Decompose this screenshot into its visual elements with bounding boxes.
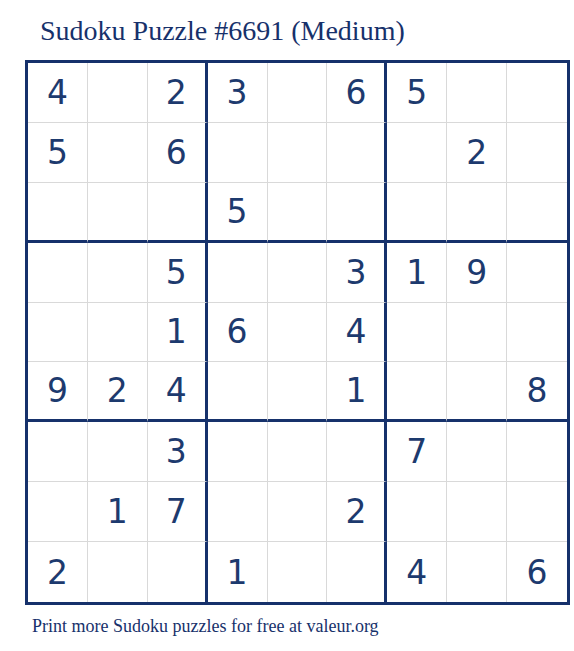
given-digit: 5 <box>166 253 187 292</box>
cell-r3c2[interactable] <box>88 183 148 243</box>
cell-r6c7[interactable] <box>387 362 447 422</box>
cell-r9c4[interactable]: 1 <box>208 542 268 602</box>
cell-r2c3[interactable]: 6 <box>148 123 208 183</box>
given-digit: 1 <box>166 312 187 351</box>
footer-note: Print more Sudoku puzzles for free at va… <box>32 614 379 638</box>
cell-r1c1[interactable]: 4 <box>28 63 88 123</box>
cell-r2c1[interactable]: 5 <box>28 123 88 183</box>
cell-r7c1[interactable] <box>28 422 88 482</box>
given-digit: 7 <box>406 432 427 471</box>
given-digit: 2 <box>107 371 128 410</box>
cell-r1c7[interactable]: 5 <box>387 63 447 123</box>
given-digit: 9 <box>47 371 68 410</box>
given-digit: 5 <box>227 192 248 231</box>
cell-r4c4[interactable] <box>208 243 268 303</box>
given-digit: 6 <box>527 553 548 592</box>
given-digit: 3 <box>227 73 248 112</box>
cell-r7c7[interactable]: 7 <box>387 422 447 482</box>
cell-r6c8[interactable] <box>447 362 507 422</box>
cell-r1c9[interactable] <box>507 63 567 123</box>
cell-r8c4[interactable] <box>208 482 268 542</box>
given-digit: 6 <box>345 73 366 112</box>
sudoku-grid: 423655625531916492418371722146 <box>25 60 570 605</box>
cell-r7c8[interactable] <box>447 422 507 482</box>
cell-r7c6[interactable] <box>327 422 387 482</box>
given-digit: 2 <box>166 73 187 112</box>
given-digit: 9 <box>466 253 487 292</box>
cell-r3c5[interactable] <box>268 183 328 243</box>
cell-r8c9[interactable] <box>507 482 567 542</box>
cell-r8c1[interactable] <box>28 482 88 542</box>
cell-r4c9[interactable] <box>507 243 567 303</box>
cell-r9c6[interactable] <box>327 542 387 602</box>
cell-r5c4[interactable]: 6 <box>208 303 268 363</box>
cell-r3c1[interactable] <box>28 183 88 243</box>
given-digit: 2 <box>345 492 366 531</box>
cell-r8c5[interactable] <box>268 482 328 542</box>
cell-r7c9[interactable] <box>507 422 567 482</box>
cell-r1c3[interactable]: 2 <box>148 63 208 123</box>
given-digit: 8 <box>527 371 548 410</box>
sudoku-page: Sudoku Puzzle #6691 (Medium) 42365562553… <box>0 0 574 651</box>
given-digit: 6 <box>227 312 248 351</box>
cell-r4c3[interactable]: 5 <box>148 243 208 303</box>
cell-r6c9[interactable]: 8 <box>507 362 567 422</box>
given-digit: 3 <box>345 253 366 292</box>
cell-r9c5[interactable] <box>268 542 328 602</box>
cell-r3c8[interactable] <box>447 183 507 243</box>
cell-r3c9[interactable] <box>507 183 567 243</box>
cell-r4c7[interactable]: 1 <box>387 243 447 303</box>
cell-r1c2[interactable] <box>88 63 148 123</box>
cell-r4c1[interactable] <box>28 243 88 303</box>
cell-r4c5[interactable] <box>268 243 328 303</box>
given-digit: 3 <box>166 432 187 471</box>
cell-r6c1[interactable]: 9 <box>28 362 88 422</box>
cell-r1c5[interactable] <box>268 63 328 123</box>
given-digit: 4 <box>47 73 68 112</box>
cell-r5c3[interactable]: 1 <box>148 303 208 363</box>
page-title: Sudoku Puzzle #6691 (Medium) <box>40 14 405 48</box>
cell-r5c6[interactable]: 4 <box>327 303 387 363</box>
cell-r7c2[interactable] <box>88 422 148 482</box>
given-digit: 1 <box>107 492 128 531</box>
cell-r6c4[interactable] <box>208 362 268 422</box>
cell-r8c2[interactable]: 1 <box>88 482 148 542</box>
cell-r7c3[interactable]: 3 <box>148 422 208 482</box>
given-digit: 4 <box>166 371 187 410</box>
cell-r9c2[interactable] <box>88 542 148 602</box>
given-digit: 1 <box>406 253 427 292</box>
cell-r2c4[interactable] <box>208 123 268 183</box>
cell-r5c2[interactable] <box>88 303 148 363</box>
cell-r7c5[interactable] <box>268 422 328 482</box>
cell-r1c8[interactable] <box>447 63 507 123</box>
cell-r2c8[interactable]: 2 <box>447 123 507 183</box>
cell-r3c4[interactable]: 5 <box>208 183 268 243</box>
cell-r9c3[interactable] <box>148 542 208 602</box>
cell-r4c8[interactable]: 9 <box>447 243 507 303</box>
cell-r8c7[interactable] <box>387 482 447 542</box>
cell-r2c7[interactable] <box>387 123 447 183</box>
cell-r6c2[interactable]: 2 <box>88 362 148 422</box>
cell-r9c9[interactable]: 6 <box>507 542 567 602</box>
given-digit: 4 <box>406 553 427 592</box>
cell-r2c5[interactable] <box>268 123 328 183</box>
cell-r2c6[interactable] <box>327 123 387 183</box>
cell-r6c6[interactable]: 1 <box>327 362 387 422</box>
given-digit: 2 <box>466 133 487 172</box>
cell-r6c5[interactable] <box>268 362 328 422</box>
given-digit: 5 <box>406 73 427 112</box>
cell-r5c7[interactable] <box>387 303 447 363</box>
cell-r9c1[interactable]: 2 <box>28 542 88 602</box>
cell-r3c3[interactable] <box>148 183 208 243</box>
given-digit: 4 <box>345 312 366 351</box>
cell-r6c3[interactable]: 4 <box>148 362 208 422</box>
cell-r2c9[interactable] <box>507 123 567 183</box>
given-digit: 7 <box>166 492 187 531</box>
cell-r4c6[interactable]: 3 <box>327 243 387 303</box>
given-digit: 2 <box>47 553 68 592</box>
cell-r5c8[interactable] <box>447 303 507 363</box>
cell-r3c7[interactable] <box>387 183 447 243</box>
cell-r9c7[interactable]: 4 <box>387 542 447 602</box>
cell-r3c6[interactable] <box>327 183 387 243</box>
given-digit: 1 <box>345 371 366 410</box>
cell-r8c8[interactable] <box>447 482 507 542</box>
cell-r4c2[interactable] <box>88 243 148 303</box>
cell-r1c6[interactable]: 6 <box>327 63 387 123</box>
cell-r1c4[interactable]: 3 <box>208 63 268 123</box>
cell-r9c8[interactable] <box>447 542 507 602</box>
cell-r7c4[interactable] <box>208 422 268 482</box>
cell-r5c1[interactable] <box>28 303 88 363</box>
cell-r8c3[interactable]: 7 <box>148 482 208 542</box>
cell-r2c2[interactable] <box>88 123 148 183</box>
given-digit: 5 <box>47 133 68 172</box>
cell-r5c5[interactable] <box>268 303 328 363</box>
cell-r5c9[interactable] <box>507 303 567 363</box>
cell-r8c6[interactable]: 2 <box>327 482 387 542</box>
given-digit: 6 <box>166 133 187 172</box>
given-digit: 1 <box>227 553 248 592</box>
